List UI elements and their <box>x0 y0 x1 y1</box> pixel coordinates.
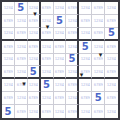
cell-r6c1[interactable]: 6789 <box>2 66 15 79</box>
cell-r3c3[interactable]: 1234 <box>28 28 41 41</box>
cell-r4c8[interactable]: 1234 <box>92 41 105 54</box>
cell-r3c1[interactable]: 1234 <box>2 28 15 41</box>
pencil-marks: 1234 <box>94 70 103 74</box>
pencil-marks: 1234 <box>81 110 90 114</box>
pencil-marks: 6789 <box>67 31 76 35</box>
pencil-marks: 1234 <box>107 6 116 10</box>
cell-r6c3[interactable]: 5 <box>28 66 41 79</box>
cell-r2c5[interactable]: 5 <box>54 15 67 28</box>
pencil-marks: 6789 <box>16 110 25 114</box>
pencil-marks: 6789 <box>55 70 64 74</box>
cell-r2c9[interactable]: 6789 <box>105 15 118 28</box>
pencil-marks: 6789 <box>94 31 103 35</box>
pencil-marks: 1234 <box>55 58 64 62</box>
pencil-marks: 1234 <box>55 110 64 114</box>
cell-r2c2[interactable]: 1234 <box>15 15 28 28</box>
cell-r9c7[interactable]: 1234 <box>79 105 92 118</box>
cell-r3c6[interactable]: 6789 <box>66 28 79 41</box>
cell-r4c4[interactable]: 1234 <box>41 41 54 54</box>
pencil-marks: 6789 <box>107 45 116 49</box>
pencil-marks: 6789 <box>94 83 103 87</box>
pencil-marks: 6789 <box>29 96 38 100</box>
pencil-marks: 1234 <box>67 19 76 23</box>
cell-r9c9[interactable]: 1234 <box>105 105 118 118</box>
pencil-marks: 1234 <box>81 58 90 62</box>
pencil-marks: 1234 <box>42 19 51 23</box>
cell-r6c9[interactable]: 6789 <box>105 66 118 79</box>
cell-r9c1[interactable]: 5 <box>2 105 15 118</box>
cell-r4c6[interactable]: 1234 <box>66 41 79 54</box>
pencil-marks: 1234 <box>107 110 116 114</box>
cell-r7c3[interactable]: 1234 <box>28 79 41 92</box>
cell-r7c1[interactable]: 1234 <box>2 79 15 92</box>
cell-r1c2[interactable]: 5 <box>15 2 28 15</box>
pencil-marks: 6789 <box>81 19 90 23</box>
cell-r8c3[interactable]: 6789 <box>28 92 41 105</box>
pencil-marks: 6789 <box>55 45 64 49</box>
pencil-marks: 6789 <box>42 31 51 35</box>
cell-r3c9[interactable]: 5 <box>105 28 118 41</box>
pencil-marks: 1234 <box>94 45 103 49</box>
cell-r7c7[interactable]: 1234 <box>79 79 92 92</box>
cell-r3c7[interactable]: 1234 <box>79 28 92 41</box>
pencil-marks: 1234 <box>29 110 38 114</box>
solved-digit: 5 <box>17 3 24 13</box>
cell-r9c2[interactable]: 6789 <box>15 105 28 118</box>
solved-digit: 5 <box>108 28 115 38</box>
pencil-marks: 6789 <box>4 45 13 49</box>
cell-r5c8[interactable]: 6789 <box>92 54 105 67</box>
cell-r6c8[interactable]: 1234 <box>92 66 105 79</box>
solved-digit: 5 <box>43 80 50 90</box>
pencil-marks: 1234 <box>55 6 64 10</box>
solved-digit: 5 <box>4 107 11 117</box>
cell-r5c1[interactable]: 1234 <box>2 54 15 67</box>
pencil-marks: 1234 <box>29 58 38 62</box>
cell-r2c8[interactable]: 1234 <box>92 15 105 28</box>
pencil-marks: 6789 <box>42 6 51 10</box>
cell-r4c9[interactable]: 6789 <box>105 41 118 54</box>
pencil-marks: 1234 <box>67 96 76 100</box>
pencil-marks: 1234 <box>4 58 13 62</box>
cell-r7c4[interactable]: 5 <box>41 79 54 92</box>
cell-r6c7[interactable]: 6789 <box>79 66 92 79</box>
pencil-marks: 1234 <box>42 45 51 49</box>
pencil-marks: 6789 <box>42 110 51 114</box>
pencil-marks: 1234 <box>16 45 25 49</box>
pencil-marks: 6789 <box>107 19 116 23</box>
cell-r1c9[interactable]: 1234 <box>105 2 118 15</box>
cell-r7c2[interactable]: 6789 <box>15 79 28 92</box>
cell-r2c6[interactable]: 1234 <box>66 15 79 28</box>
cell-r9c4[interactable]: 6789 <box>41 105 54 118</box>
pencil-marks: 1234 <box>67 70 76 74</box>
cell-r8c6[interactable]: 1234 <box>66 92 79 105</box>
cell-r9c8[interactable]: 6789 <box>92 105 105 118</box>
cell-r7c9[interactable]: 1234 <box>105 79 118 92</box>
pencil-marks: 6789 <box>81 70 90 74</box>
cell-r5c9[interactable]: 1234 <box>105 54 118 67</box>
cell-r7c6[interactable]: 6789 <box>66 79 79 92</box>
solved-digit: 5 <box>82 42 89 52</box>
cell-r8c8[interactable]: 5 <box>92 92 105 105</box>
cell-r9c5[interactable]: 1234 <box>54 105 67 118</box>
cell-r7c5[interactable]: 1234 <box>54 79 67 92</box>
cell-r8c4[interactable]: 1234 <box>41 92 54 105</box>
pencil-marks: 1234 <box>29 31 38 35</box>
cell-r6c4[interactable]: 1234 <box>41 66 54 79</box>
cell-r5c4[interactable]: 6789 <box>41 54 54 67</box>
pencil-marks: 6789 <box>16 31 25 35</box>
pencil-marks: 1234 <box>55 83 64 87</box>
cell-r3c4[interactable]: 6789 <box>41 28 54 41</box>
cell-r1c8[interactable]: 6789 <box>92 2 105 15</box>
cell-r1c5[interactable]: 1234 <box>54 2 67 15</box>
cell-r5c3[interactable]: 1234 <box>28 54 41 67</box>
pencil-marks: 1234 <box>94 19 103 23</box>
pencil-marks: 1234 <box>107 83 116 87</box>
pencil-marks: 6789 <box>55 96 64 100</box>
pencil-marks: 1234 <box>107 58 116 62</box>
pencil-marks: 6789 <box>67 6 76 10</box>
cell-r4c1[interactable]: 6789 <box>2 41 15 54</box>
cell-r2c1[interactable]: 6789 <box>2 15 15 28</box>
pencil-marks: 1234 <box>16 70 25 74</box>
pencil-marks: 6789 <box>4 19 13 23</box>
pencil-marks: 1234 <box>81 6 90 10</box>
pencil-marks: 1234 <box>81 31 90 35</box>
sudoku-board: 1234512346789123467891234678912346789123… <box>0 0 120 120</box>
cell-r8c1[interactable]: 6789 <box>2 92 15 105</box>
cell-r3c8[interactable]: 6789 <box>92 28 105 41</box>
cell-r6c5[interactable]: 6789 <box>54 66 67 79</box>
pencil-marks: 1234 <box>67 45 76 49</box>
solved-digit: 5 <box>95 93 102 103</box>
cell-r6c6[interactable]: 1234 <box>66 66 79 79</box>
cell-r4c7[interactable]: 5 <box>79 41 92 54</box>
pencil-marks: 6789 <box>16 58 25 62</box>
pencil-marks: 6789 <box>4 96 13 100</box>
pencil-marks: 1234 <box>4 6 13 10</box>
pencil-marks: 6789 <box>94 6 103 10</box>
pencil-marks: 6789 <box>29 45 38 49</box>
pencil-marks: 1234 <box>16 96 25 100</box>
cell-r8c7[interactable]: 6789 <box>79 92 92 105</box>
cell-r1c1[interactable]: 1234 <box>2 2 15 15</box>
pencil-marks: 1234 <box>4 83 13 87</box>
pencil-marks: 6789 <box>67 110 76 114</box>
cell-r2c4[interactable]: 1234 <box>41 15 54 28</box>
cell-r8c9[interactable]: 6789 <box>105 92 118 105</box>
pencil-marks: 1234 <box>16 19 25 23</box>
cell-r4c5[interactable]: 6789 <box>54 41 67 54</box>
cell-r9c6[interactable]: 6789 <box>66 105 79 118</box>
solved-digit: 5 <box>68 54 75 64</box>
cell-r2c7[interactable]: 6789 <box>79 15 92 28</box>
pencil-marks: 6789 <box>16 83 25 87</box>
cell-r5c6[interactable]: 5 <box>66 54 79 67</box>
cell-r8c2[interactable]: 1234 <box>15 92 28 105</box>
cell-r2c3[interactable]: 6789 <box>28 15 41 28</box>
pencil-marks: 6789 <box>94 110 103 114</box>
pencil-marks: 6789 <box>42 58 51 62</box>
pencil-marks: 6789 <box>94 58 103 62</box>
cell-r5c5[interactable]: 1234 <box>54 54 67 67</box>
pencil-marks: 1234 <box>81 83 90 87</box>
pencil-marks: 1234 <box>42 96 51 100</box>
cell-r5c7[interactable]: 1234 <box>79 54 92 67</box>
pencil-marks: 6789 <box>29 19 38 23</box>
cell-r1c3[interactable]: 1234 <box>28 2 41 15</box>
cell-r3c2[interactable]: 6789 <box>15 28 28 41</box>
cell-r8c5[interactable]: 6789 <box>54 92 67 105</box>
cell-r5c2[interactable]: 6789 <box>15 54 28 67</box>
pencil-marks: 6789 <box>67 83 76 87</box>
cell-r4c3[interactable]: 6789 <box>28 41 41 54</box>
cell-r7c8[interactable]: 6789 <box>92 79 105 92</box>
pencil-marks: 6789 <box>81 96 90 100</box>
pencil-marks: 6789 <box>107 96 116 100</box>
solved-digit: 5 <box>30 67 37 77</box>
pencil-marks: 6789 <box>4 70 13 74</box>
pencil-marks: 1234 <box>29 6 38 10</box>
pencil-marks: 1234 <box>29 83 38 87</box>
pencil-marks: 6789 <box>107 70 116 74</box>
cell-r6c2[interactable]: 1234 <box>15 66 28 79</box>
cell-r1c6[interactable]: 6789 <box>66 2 79 15</box>
cell-r1c4[interactable]: 6789 <box>41 2 54 15</box>
cell-r1c7[interactable]: 1234 <box>79 2 92 15</box>
pencil-marks: 1234 <box>55 31 64 35</box>
pencil-marks: 1234 <box>4 31 13 35</box>
pencil-marks: 1234 <box>42 70 51 74</box>
cell-r4c2[interactable]: 1234 <box>15 41 28 54</box>
cell-r3c5[interactable]: 1234 <box>54 28 67 41</box>
solved-digit: 5 <box>56 16 63 26</box>
cell-r9c3[interactable]: 1234 <box>28 105 41 118</box>
